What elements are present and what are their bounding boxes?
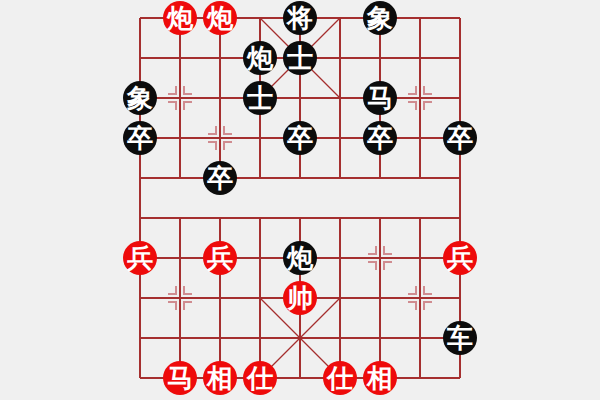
piece-black-soldier[interactable]: 卒 — [443, 121, 477, 155]
piece-black-soldier[interactable]: 卒 — [123, 121, 157, 155]
piece-black-elephant[interactable]: 象 — [123, 81, 157, 115]
piece-black-advisor[interactable]: 士 — [243, 81, 277, 115]
piece-black-soldier[interactable]: 卒 — [203, 161, 237, 195]
piece-red-soldier[interactable]: 兵 — [443, 241, 477, 275]
piece-red-elephant[interactable]: 相 — [363, 361, 397, 395]
piece-black-soldier[interactable]: 卒 — [283, 121, 317, 155]
piece-red-cannon[interactable]: 炮 — [163, 1, 197, 35]
piece-black-soldier[interactable]: 卒 — [363, 121, 397, 155]
piece-red-horse[interactable]: 马 — [163, 361, 197, 395]
piece-red-soldier[interactable]: 兵 — [123, 241, 157, 275]
piece-black-chariot[interactable]: 车 — [443, 321, 477, 355]
xiangqi-diagram: 炮炮将象炮士象士马卒卒卒卒卒兵兵炮兵帅车马相仕仕相 — [0, 0, 600, 400]
piece-red-advisor[interactable]: 仕 — [323, 361, 357, 395]
piece-red-soldier[interactable]: 兵 — [203, 241, 237, 275]
piece-red-general[interactable]: 帅 — [283, 281, 317, 315]
piece-red-advisor[interactable]: 仕 — [243, 361, 277, 395]
piece-black-horse[interactable]: 马 — [363, 81, 397, 115]
piece-black-cannon[interactable]: 炮 — [243, 41, 277, 75]
piece-red-cannon[interactable]: 炮 — [203, 1, 237, 35]
piece-black-elephant[interactable]: 象 — [363, 1, 397, 35]
pieces-layer: 炮炮将象炮士象士马卒卒卒卒卒兵兵炮兵帅车马相仕仕相 — [0, 0, 600, 400]
piece-black-cannon[interactable]: 炮 — [283, 241, 317, 275]
piece-red-elephant[interactable]: 相 — [203, 361, 237, 395]
piece-black-advisor[interactable]: 士 — [283, 41, 317, 75]
piece-black-general[interactable]: 将 — [283, 1, 317, 35]
